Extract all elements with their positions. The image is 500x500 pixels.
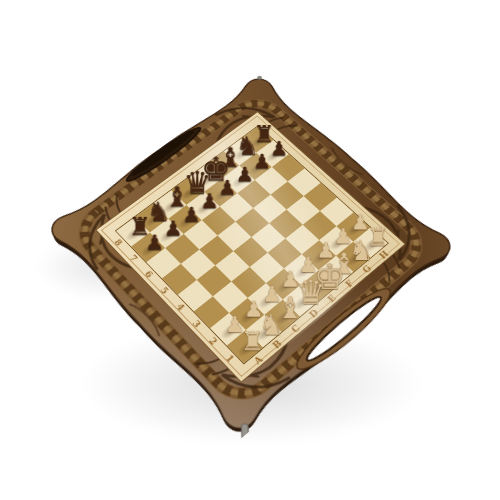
board-3d: ♜♞♝♛♚♝♞♜♟♟♟♟♟♟♟♟♟♟♟♟♟♟♟♟♜♞♝♛♚♝♞♜ ABCDEFG… <box>39 70 463 442</box>
board-scene: ♜♞♝♛♚♝♞♜♟♟♟♟♟♟♟♟♟♟♟♟♟♟♟♟♜♞♝♛♚♝♞♜ ABCDEFG… <box>0 0 500 500</box>
piece-white-rook: ♜ <box>240 329 266 354</box>
chess-set-photo: ♜♞♝♛♚♝♞♜♟♟♟♟♟♟♟♟♟♟♟♟♟♟♟♟♜♞♝♛♚♝♞♜ ABCDEFG… <box>0 0 500 500</box>
piece-black-pawn: ♟ <box>143 234 167 254</box>
